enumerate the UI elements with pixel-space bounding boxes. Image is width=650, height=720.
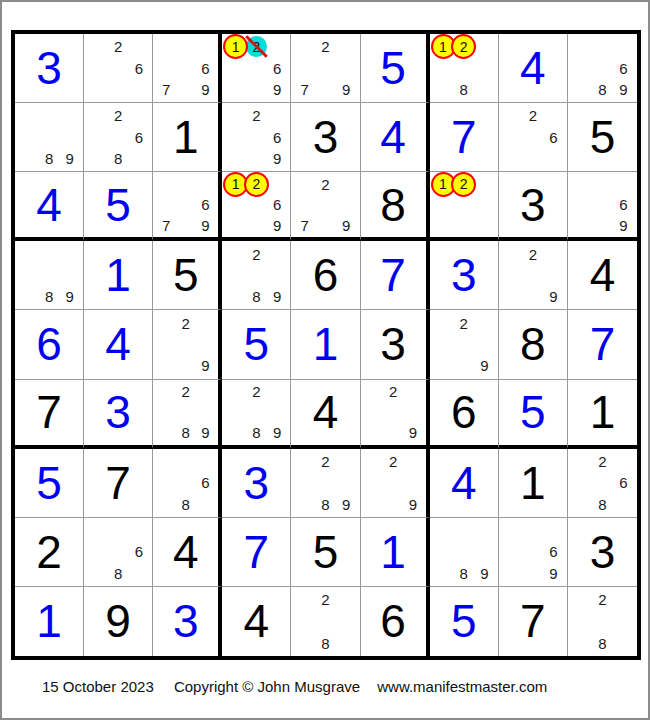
candidate-slot-9: 9 — [267, 81, 288, 98]
candidate-slot-9: 9 — [543, 288, 564, 305]
candidate-digit: 9 — [409, 496, 417, 513]
candidate-slot-9: 9 — [196, 217, 216, 234]
cell-r6c9[interactable]: 1 — [568, 380, 637, 449]
cell-r6c8[interactable]: 5 — [499, 380, 568, 449]
cell-r8c6[interactable]: 1 — [361, 518, 430, 587]
solved-digit: 5 — [105, 182, 131, 228]
cell-r7c2[interactable]: 7 — [84, 449, 153, 518]
cell-r9c7[interactable]: 5 — [430, 587, 499, 656]
solved-digit: 7 — [380, 252, 406, 298]
candidate-slot-2: 2 — [108, 107, 129, 124]
candidate-slot-2: 2 — [383, 453, 403, 470]
cell-r3c7[interactable]: 12 — [430, 172, 499, 241]
candidate-digit: 2 — [252, 383, 260, 400]
candidate-slot-8: 8 — [315, 496, 336, 513]
candidate-slot-2: 2 — [176, 315, 196, 332]
candidate-digit: 6 — [619, 196, 627, 213]
cell-r5c8[interactable]: 8 — [499, 310, 568, 379]
cell-r9c8[interactable]: 7 — [499, 587, 568, 656]
candidate-digit: 2 — [321, 38, 329, 55]
cell-r8c5[interactable]: 5 — [291, 518, 360, 587]
candidate-digit: 2 — [182, 315, 190, 332]
candidate-slot-8: 8 — [39, 288, 60, 305]
candidate-slot-9: 9 — [196, 424, 216, 441]
candidate-digit: 9 — [201, 357, 209, 374]
candidate-digit: 2 — [529, 246, 537, 263]
candidate-slot-9: 9 — [336, 217, 357, 234]
candidate-slot-9: 9 — [196, 357, 216, 374]
candidate-slot-8: 8 — [108, 565, 129, 582]
candidate-digit: 8 — [252, 424, 260, 441]
candidate-slot-9: 9 — [267, 288, 288, 305]
cell-r3c6[interactable]: 8 — [361, 172, 430, 241]
given-digit: 5 — [313, 529, 339, 575]
solved-digit: 1 — [36, 598, 62, 644]
candidate-slot-2: 2 — [176, 383, 196, 400]
candidate-slot-2: 2 — [108, 38, 129, 55]
candidate-slot-2: 2 — [522, 246, 543, 263]
candidate-digit: 9 — [549, 565, 557, 582]
candidate-highlight-circle: 2 — [451, 34, 476, 59]
cell-r4c3[interactable]: 5 — [153, 241, 222, 310]
cell-r1c3[interactable]: 679 — [153, 34, 222, 103]
cell-r6c3[interactable]: 289 — [153, 380, 222, 449]
candidate-digit: 6 — [201, 474, 209, 491]
candidate-digit: 9 — [201, 81, 209, 98]
candidate-digit: 8 — [598, 496, 606, 513]
candidate-slot-7: 7 — [156, 217, 176, 234]
candidate-digit: 8 — [45, 150, 53, 167]
candidate-digit: 2 — [321, 453, 329, 470]
candidate-digit: 2 — [389, 453, 397, 470]
candidate-slot-9: 9 — [474, 565, 495, 582]
candidate-digit: 8 — [45, 288, 53, 305]
cell-r3c4[interactable]: 1269 — [222, 172, 291, 241]
candidate-digit: 2 — [252, 107, 260, 124]
cell-r3c8[interactable]: 3 — [499, 172, 568, 241]
footer: 15 October 2023 Copyright © John Musgrav… — [42, 678, 547, 695]
cell-r5c1[interactable]: 6 — [15, 310, 84, 379]
candidate-slot-6: 6 — [543, 543, 564, 560]
candidate-digit: 2 — [460, 315, 468, 332]
cell-r5c3[interactable]: 29 — [153, 310, 222, 379]
candidate-slot-7: 7 — [294, 217, 315, 234]
given-digit: 9 — [105, 598, 131, 644]
cell-r8c1[interactable]: 2 — [15, 518, 84, 587]
candidate-highlight-circle: 1 — [223, 34, 248, 59]
cell-r2c3[interactable]: 1 — [153, 103, 222, 172]
cell-r2c7[interactable]: 7 — [430, 103, 499, 172]
cell-r6c4[interactable]: 289 — [222, 380, 291, 449]
candidate-slot-2: 2 — [246, 246, 267, 263]
candidate-slot-6: 6 — [267, 196, 288, 213]
cell-r5c6[interactable]: 3 — [361, 310, 430, 379]
cell-r6c1[interactable]: 7 — [15, 380, 84, 449]
candidate-slot-7: 7 — [156, 81, 176, 98]
candidate-digit: 9 — [201, 217, 209, 234]
cell-r4c4[interactable]: 289 — [222, 241, 291, 310]
solved-digit: 5 — [520, 389, 546, 435]
candidate-highlight-circle: 2 — [244, 172, 269, 197]
solved-digit: 3 — [173, 598, 199, 644]
cell-r3c9[interactable]: 69 — [568, 172, 637, 241]
cell-r4c9[interactable]: 4 — [568, 241, 637, 310]
candidate-slot-9: 9 — [267, 150, 288, 167]
candidate-slot-6: 6 — [129, 60, 150, 77]
given-digit: 4 — [313, 389, 339, 435]
candidate-digit: 6 — [549, 543, 557, 560]
candidate-digit: 9 — [66, 288, 74, 305]
sudoku-board: 3266791269279512846898926812693472654567… — [11, 30, 641, 660]
candidate-digit: 2 — [321, 176, 329, 193]
given-digit: 3 — [590, 529, 616, 575]
candidate-digit: 9 — [342, 217, 350, 234]
candidate-slot-8: 8 — [592, 81, 613, 98]
solved-digit: 3 — [36, 45, 62, 91]
cell-r3c2[interactable]: 5 — [84, 172, 153, 241]
solved-digit: 1 — [380, 529, 406, 575]
given-digit: 3 — [313, 114, 339, 160]
candidate-slot-6: 6 — [196, 60, 216, 77]
puzzle-date: 15 October 2023 — [42, 678, 154, 695]
given-digit: 6 — [380, 598, 406, 644]
website-link[interactable]: www.manifestmaster.com — [377, 678, 547, 695]
candidate-digit: 8 — [114, 150, 122, 167]
candidate-slot-6: 6 — [613, 474, 634, 491]
cell-r2c2[interactable]: 268 — [84, 103, 153, 172]
candidate-slot-2: 2 — [592, 591, 613, 608]
candidate-digit: 8 — [460, 565, 468, 582]
given-digit: 8 — [520, 321, 546, 367]
candidate-slot-9: 9 — [59, 288, 80, 305]
cell-r4c5[interactable]: 6 — [291, 241, 360, 310]
cell-r9c2[interactable]: 9 — [84, 587, 153, 656]
candidate-slot-9: 9 — [403, 424, 423, 441]
candidate-digit: 9 — [549, 288, 557, 305]
candidate-slot-9: 9 — [336, 496, 357, 513]
cell-r4c7[interactable]: 3 — [430, 241, 499, 310]
cell-r4c8[interactable]: 29 — [499, 241, 568, 310]
cell-r2c4[interactable]: 269 — [222, 103, 291, 172]
cell-r1c6[interactable]: 5 — [361, 34, 430, 103]
candidate-digit: 6 — [619, 474, 627, 491]
cell-r6c6[interactable]: 29 — [361, 380, 430, 449]
cell-r3c3[interactable]: 679 — [153, 172, 222, 241]
candidate-slot-2: 2 — [383, 383, 403, 400]
candidate-digit: 2 — [252, 246, 260, 263]
cell-r4c1[interactable]: 89 — [15, 241, 84, 310]
cell-r1c9[interactable]: 689 — [568, 34, 637, 103]
given-digit: 1 — [173, 114, 199, 160]
solved-digit: 4 — [105, 321, 131, 367]
candidate-slot-2: 2 — [315, 38, 336, 55]
solved-digit: 3 — [105, 389, 131, 435]
candidate-digit: 2 — [182, 383, 190, 400]
given-digit: 7 — [105, 460, 131, 506]
candidate-slot-8: 8 — [592, 635, 613, 652]
given-digit: 4 — [244, 598, 270, 644]
cell-r6c5[interactable]: 4 — [291, 380, 360, 449]
cell-r7c7[interactable]: 4 — [430, 449, 499, 518]
cell-r3c1[interactable]: 4 — [15, 172, 84, 241]
candidate-digit: 6 — [135, 543, 143, 560]
candidate-slot-6: 6 — [129, 543, 150, 560]
candidate-digit: 6 — [273, 60, 281, 77]
candidate-slot-9: 9 — [267, 217, 288, 234]
cell-r5c4[interactable]: 5 — [222, 310, 291, 379]
candidate-slot-2: 2 — [315, 453, 336, 470]
candidate-slot-2: 2 — [522, 107, 543, 124]
candidate-digit: 9 — [273, 424, 281, 441]
candidate-slot-9: 9 — [336, 81, 357, 98]
given-digit: 7 — [36, 389, 62, 435]
cell-r4c6[interactable]: 7 — [361, 241, 430, 310]
solved-digit: 7 — [590, 321, 616, 367]
candidate-slot-2: 2 — [592, 453, 613, 470]
cell-r7c5[interactable]: 289 — [291, 449, 360, 518]
candidate-digit: 6 — [201, 196, 209, 213]
candidate-slot-6: 6 — [267, 60, 288, 77]
cell-r1c7[interactable]: 128 — [430, 34, 499, 103]
solved-digit: 1 — [313, 321, 339, 367]
candidate-slot-8: 8 — [108, 150, 129, 167]
candidate-digit: 9 — [273, 217, 281, 234]
candidate-digit: 7 — [301, 217, 309, 234]
given-digit: 3 — [380, 321, 406, 367]
candidate-digit: 6 — [135, 60, 143, 77]
cell-r6c7[interactable]: 6 — [430, 380, 499, 449]
solved-digit: 3 — [244, 460, 270, 506]
candidate-digit: 7 — [301, 81, 309, 98]
solved-digit: 5 — [451, 598, 477, 644]
cell-r1c5[interactable]: 279 — [291, 34, 360, 103]
solved-digit: 5 — [380, 45, 406, 91]
candidate-slot-9: 9 — [613, 81, 634, 98]
candidate-digit: 6 — [273, 129, 281, 146]
cell-r2c9[interactable]: 5 — [568, 103, 637, 172]
candidate-digit: 9 — [342, 81, 350, 98]
given-digit: 7 — [520, 598, 546, 644]
cell-r8c8[interactable]: 69 — [499, 518, 568, 587]
cell-r9c9[interactable]: 28 — [568, 587, 637, 656]
given-digit: 3 — [520, 182, 546, 228]
solved-digit: 6 — [36, 321, 62, 367]
candidate-digit: 8 — [321, 496, 329, 513]
cell-r9c4[interactable]: 4 — [222, 587, 291, 656]
candidate-digit: 9 — [273, 150, 281, 167]
candidate-digit: 8 — [182, 424, 190, 441]
cell-r1c4[interactable]: 1269 — [222, 34, 291, 103]
cell-r7c4[interactable]: 3 — [222, 449, 291, 518]
cell-r1c2[interactable]: 26 — [84, 34, 153, 103]
cell-r2c5[interactable]: 3 — [291, 103, 360, 172]
candidate-digit: 9 — [409, 424, 417, 441]
candidate-slot-2: 2 — [453, 315, 474, 332]
cell-r9c3[interactable]: 3 — [153, 587, 222, 656]
cell-r2c1[interactable]: 89 — [15, 103, 84, 172]
candidate-digit: 9 — [480, 357, 488, 374]
given-digit: 2 — [36, 529, 62, 575]
candidate-slot-8: 8 — [39, 150, 60, 167]
candidate-digit: 9 — [273, 288, 281, 305]
candidate-digit: 6 — [273, 196, 281, 213]
given-digit: 5 — [590, 114, 616, 160]
cell-r9c5[interactable]: 28 — [291, 587, 360, 656]
candidate-slot-6: 6 — [613, 196, 634, 213]
candidate-digit: 8 — [252, 288, 260, 305]
candidate-digit: 6 — [619, 60, 627, 77]
candidate-digit: 2 — [389, 383, 397, 400]
solved-digit: 3 — [451, 252, 477, 298]
candidate-digit: 6 — [135, 129, 143, 146]
copyright-text: Copyright © John Musgrave — [174, 678, 360, 695]
candidate-digit: 8 — [321, 635, 329, 652]
candidate-slot-8: 8 — [246, 424, 267, 441]
given-digit: 6 — [451, 389, 477, 435]
candidate-slot-6: 6 — [543, 129, 564, 146]
candidate-digit: 2 — [598, 453, 606, 470]
cell-r5c5[interactable]: 1 — [291, 310, 360, 379]
cell-r7c8[interactable]: 1 — [499, 449, 568, 518]
candidate-digit: 9 — [66, 150, 74, 167]
solved-digit: 7 — [244, 529, 270, 575]
given-digit: 5 — [173, 252, 199, 298]
candidate-slot-7: 7 — [294, 81, 315, 98]
candidate-digit: 8 — [598, 81, 606, 98]
cell-r5c2[interactable]: 4 — [84, 310, 153, 379]
candidate-slot-9: 9 — [196, 81, 216, 98]
candidate-highlight-circle: 2 — [451, 172, 476, 197]
cell-r8c4[interactable]: 7 — [222, 518, 291, 587]
candidate-digit: 6 — [549, 129, 557, 146]
cell-r2c8[interactable]: 26 — [499, 103, 568, 172]
candidate-digit: 2 — [321, 591, 329, 608]
candidate-digit: 9 — [619, 217, 627, 234]
cell-r1c8[interactable]: 4 — [499, 34, 568, 103]
candidate-digit: 8 — [182, 496, 190, 513]
candidate-slot-6: 6 — [196, 474, 216, 491]
page: 3266791269279512846898926812693472654567… — [0, 0, 650, 720]
candidate-slot-9: 9 — [267, 424, 288, 441]
candidate-slot-2: 2 — [315, 591, 336, 608]
candidate-slot-9: 9 — [59, 150, 80, 167]
candidate-slot-8: 8 — [453, 565, 474, 582]
candidate-digit: 8 — [460, 81, 468, 98]
solved-digit: 4 — [451, 460, 477, 506]
cell-r9c6[interactable]: 6 — [361, 587, 430, 656]
candidate-slot-6: 6 — [613, 60, 634, 77]
candidate-slot-2: 2 — [246, 383, 267, 400]
candidate-digit: 7 — [162, 81, 170, 98]
cell-r7c9[interactable]: 268 — [568, 449, 637, 518]
cell-r8c9[interactable]: 3 — [568, 518, 637, 587]
cell-r5c7[interactable]: 29 — [430, 310, 499, 379]
given-digit: 1 — [520, 460, 546, 506]
cell-r7c6[interactable]: 29 — [361, 449, 430, 518]
candidate-digit: 9 — [342, 496, 350, 513]
solved-digit: 7 — [451, 114, 477, 160]
candidate-digit: 2 — [598, 591, 606, 608]
candidate-slot-6: 6 — [129, 129, 150, 146]
given-digit: 1 — [590, 389, 616, 435]
given-digit: 4 — [173, 529, 199, 575]
candidate-slot-9: 9 — [613, 217, 634, 234]
candidate-slot-9: 9 — [474, 357, 495, 374]
candidate-digit: 2 — [114, 38, 122, 55]
cell-r7c1[interactable]: 5 — [15, 449, 84, 518]
candidate-slot-8: 8 — [592, 496, 613, 513]
candidate-digit: 9 — [619, 81, 627, 98]
given-digit: 4 — [590, 252, 616, 298]
candidate-slot-8: 8 — [453, 81, 474, 98]
candidate-digit: 7 — [162, 217, 170, 234]
solved-digit: 1 — [105, 252, 131, 298]
cell-r6c2[interactable]: 3 — [84, 380, 153, 449]
eliminated-candidate-highlight: 2 — [246, 36, 267, 57]
candidate-digit: 6 — [201, 60, 209, 77]
given-digit: 8 — [380, 182, 406, 228]
cell-r8c3[interactable]: 4 — [153, 518, 222, 587]
cell-r1c1[interactable]: 3 — [15, 34, 84, 103]
candidate-digit: 8 — [114, 565, 122, 582]
candidate-digit: 2 — [114, 107, 122, 124]
cell-r5c9[interactable]: 7 — [568, 310, 637, 379]
candidate-slot-8: 8 — [176, 496, 196, 513]
cell-r8c2[interactable]: 68 — [84, 518, 153, 587]
candidate-digit: 9 — [273, 81, 281, 98]
candidate-slot-8: 8 — [315, 635, 336, 652]
candidate-slot-2: 2 — [246, 107, 267, 124]
candidate-digit: 9 — [480, 565, 488, 582]
solved-digit: 4 — [380, 114, 406, 160]
given-digit: 6 — [313, 252, 339, 298]
cell-r8c7[interactable]: 89 — [430, 518, 499, 587]
cell-r3c5[interactable]: 279 — [291, 172, 360, 241]
cell-r4c2[interactable]: 1 — [84, 241, 153, 310]
candidate-digit: 9 — [201, 424, 209, 441]
candidate-slot-6: 6 — [267, 129, 288, 146]
solved-digit: 5 — [36, 460, 62, 506]
candidate-slot-8: 8 — [176, 424, 196, 441]
candidate-slot-9: 9 — [403, 496, 423, 513]
solved-digit: 5 — [244, 321, 270, 367]
candidate-slot-9: 9 — [543, 565, 564, 582]
cell-r7c3[interactable]: 68 — [153, 449, 222, 518]
cell-r9c1[interactable]: 1 — [15, 587, 84, 656]
candidate-slot-8: 8 — [246, 288, 267, 305]
candidate-slot-6: 6 — [196, 196, 216, 213]
candidate-digit: 2 — [529, 107, 537, 124]
solved-digit: 4 — [36, 182, 62, 228]
cell-r2c6[interactable]: 4 — [361, 103, 430, 172]
solved-digit: 4 — [520, 45, 546, 91]
candidate-digit: 8 — [598, 635, 606, 652]
candidate-slot-2: 2 — [315, 176, 336, 193]
